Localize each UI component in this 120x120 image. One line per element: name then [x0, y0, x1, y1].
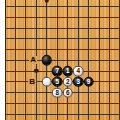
move-number: 6 — [66, 89, 70, 95]
board-left-margin — [0, 0, 5, 120]
stone-white-8: 8 — [52, 87, 63, 98]
stone-black-9: 9 — [83, 76, 94, 87]
star-point — [34, 69, 38, 73]
grid-line-horizontal — [4, 6, 120, 7]
point-label-B: B — [28, 78, 36, 86]
stone-white-6: 6 — [62, 87, 73, 98]
stone-black-1: 1 — [62, 66, 73, 77]
move-number: 9 — [87, 79, 91, 85]
stone-white-4: 4 — [73, 66, 84, 77]
move-number: 3 — [76, 79, 80, 85]
stone-black-3: 3 — [73, 76, 84, 87]
move-number: 5 — [55, 79, 59, 85]
move-number: 1 — [66, 68, 70, 74]
grid-line-horizontal — [4, 38, 120, 39]
move-number: 4 — [76, 68, 80, 74]
stone-black-label-A — [42, 55, 53, 66]
grid-line-horizontal — [4, 103, 120, 104]
go-board[interactable]: AB714523986 — [0, 0, 120, 120]
point-label-A: A — [29, 56, 37, 64]
grid-line-horizontal — [4, 114, 120, 115]
stone-black-5: 5 — [52, 76, 63, 87]
stone-white-2: 2 — [62, 76, 73, 87]
grid-line-horizontal — [4, 28, 120, 29]
go-diagram-screenshot: AB714523986 — [0, 0, 120, 120]
grid-line-horizontal — [4, 60, 120, 61]
grid-line-horizontal — [4, 17, 120, 18]
grid-line-horizontal — [4, 49, 120, 50]
move-number: 8 — [55, 89, 59, 95]
move-number: 7 — [55, 68, 59, 74]
move-number: 2 — [66, 79, 70, 85]
stone-black-7: 7 — [52, 66, 63, 77]
stone-white-label-B — [42, 76, 53, 87]
star-point — [45, 0, 49, 3]
